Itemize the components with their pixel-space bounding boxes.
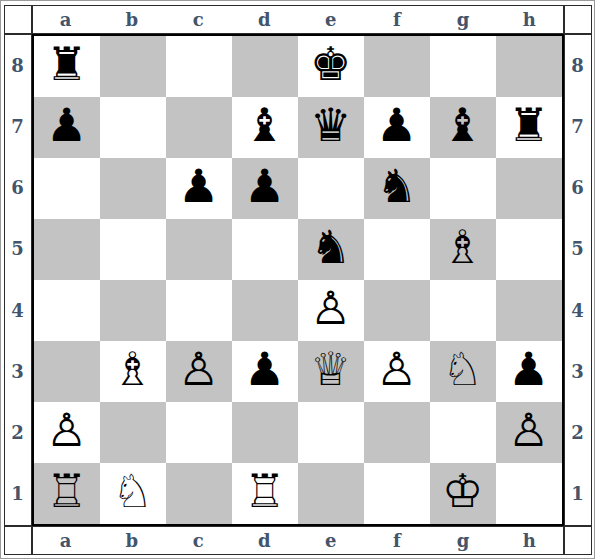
- file-label-bottom-g: g: [430, 527, 496, 554]
- square-c3[interactable]: ♙: [166, 341, 232, 402]
- black-pawn-piece: ♟: [178, 163, 219, 209]
- corner-bottom-left: [4, 526, 32, 555]
- file-label-bottom-b: b: [99, 527, 165, 554]
- black-king-piece: ♚: [310, 41, 351, 87]
- square-a3[interactable]: [34, 341, 100, 402]
- black-bishop-piece: ♝: [244, 102, 285, 148]
- square-d8[interactable]: [232, 36, 298, 97]
- rank-label-right-6: 6: [565, 157, 591, 218]
- square-h5[interactable]: [496, 219, 562, 280]
- square-d3[interactable]: ♟: [232, 341, 298, 402]
- file-labels-top: abcdefgh: [32, 5, 564, 34]
- square-a8[interactable]: ♜: [34, 36, 100, 97]
- square-a1[interactable]: ♖: [34, 463, 100, 524]
- square-e1[interactable]: [298, 463, 364, 524]
- file-label-top-a: a: [33, 6, 99, 33]
- corner-top-left: [4, 5, 32, 34]
- square-h7[interactable]: ♜: [496, 97, 562, 158]
- square-g8[interactable]: [430, 36, 496, 97]
- rank-label-left-5: 5: [5, 218, 31, 279]
- square-c8[interactable]: [166, 36, 232, 97]
- square-b4[interactable]: [100, 280, 166, 341]
- square-h4[interactable]: [496, 280, 562, 341]
- square-g6[interactable]: [430, 158, 496, 219]
- diagram-layout: abcdefgh 87654321 ♜♚♟♝♛♟♝♜♟♟♞♞♗♙♗♙♟♕♙♘♟♙…: [4, 5, 592, 555]
- square-f4[interactable]: [364, 280, 430, 341]
- rank-label-right-1: 1: [565, 463, 591, 524]
- square-b6[interactable]: [100, 158, 166, 219]
- square-c6[interactable]: ♟: [166, 158, 232, 219]
- black-knight-piece: ♞: [310, 224, 351, 270]
- file-label-top-e: e: [298, 6, 364, 33]
- rank-label-left-8: 8: [5, 35, 31, 96]
- corner-top-right: [564, 5, 592, 34]
- white-king-piece: ♔: [442, 468, 483, 514]
- black-pawn-piece: ♟: [244, 163, 285, 209]
- square-a2[interactable]: ♙: [34, 402, 100, 463]
- rank-label-left-6: 6: [5, 157, 31, 218]
- square-g2[interactable]: [430, 402, 496, 463]
- white-rook-piece: ♖: [46, 468, 87, 514]
- square-e3[interactable]: ♕: [298, 341, 364, 402]
- file-labels-bottom: abcdefgh: [32, 526, 564, 555]
- rank-label-right-4: 4: [565, 280, 591, 341]
- corner-bottom-right: [564, 526, 592, 555]
- square-f5[interactable]: [364, 219, 430, 280]
- square-b5[interactable]: [100, 219, 166, 280]
- file-label-bottom-e: e: [298, 527, 364, 554]
- rank-label-left-1: 1: [5, 463, 31, 524]
- square-c5[interactable]: [166, 219, 232, 280]
- square-d5[interactable]: [232, 219, 298, 280]
- square-e8[interactable]: ♚: [298, 36, 364, 97]
- rank-label-left-4: 4: [5, 280, 31, 341]
- white-knight-piece: ♘: [112, 468, 153, 514]
- square-e5[interactable]: ♞: [298, 219, 364, 280]
- square-g7[interactable]: ♝: [430, 97, 496, 158]
- file-label-top-g: g: [430, 6, 496, 33]
- rank-label-right-2: 2: [565, 402, 591, 463]
- square-d4[interactable]: [232, 280, 298, 341]
- file-label-bottom-d: d: [231, 527, 297, 554]
- rank-labels-right: 87654321: [564, 34, 592, 526]
- white-queen-piece: ♕: [310, 346, 351, 392]
- rank-label-right-8: 8: [565, 35, 591, 96]
- square-c7[interactable]: [166, 97, 232, 158]
- chess-diagram: abcdefgh 87654321 ♜♚♟♝♛♟♝♜♟♟♞♞♗♙♗♙♟♕♙♘♟♙…: [0, 0, 595, 559]
- file-label-top-h: h: [496, 6, 562, 33]
- square-h2[interactable]: ♙: [496, 402, 562, 463]
- black-pawn-piece: ♟: [46, 102, 87, 148]
- white-pawn-piece: ♙: [178, 346, 219, 392]
- square-f2[interactable]: [364, 402, 430, 463]
- black-bishop-piece: ♝: [442, 102, 483, 148]
- black-knight-piece: ♞: [376, 163, 417, 209]
- square-f7[interactable]: ♟: [364, 97, 430, 158]
- square-g3[interactable]: ♘: [430, 341, 496, 402]
- square-e4[interactable]: ♙: [298, 280, 364, 341]
- square-h3[interactable]: ♟: [496, 341, 562, 402]
- white-pawn-piece: ♙: [376, 346, 417, 392]
- square-b2[interactable]: [100, 402, 166, 463]
- black-rook-piece: ♜: [508, 102, 549, 148]
- square-h8[interactable]: [496, 36, 562, 97]
- square-c2[interactable]: [166, 402, 232, 463]
- file-label-top-b: b: [99, 6, 165, 33]
- square-h1[interactable]: [496, 463, 562, 524]
- file-label-top-f: f: [364, 6, 430, 33]
- square-e7[interactable]: ♛: [298, 97, 364, 158]
- square-e6[interactable]: [298, 158, 364, 219]
- square-f6[interactable]: ♞: [364, 158, 430, 219]
- square-b8[interactable]: [100, 36, 166, 97]
- white-pawn-piece: ♙: [508, 407, 549, 453]
- black-rook-piece: ♜: [46, 41, 87, 87]
- black-pawn-piece: ♟: [244, 346, 285, 392]
- square-e2[interactable]: [298, 402, 364, 463]
- square-b1[interactable]: ♘: [100, 463, 166, 524]
- square-d2[interactable]: [232, 402, 298, 463]
- square-f1[interactable]: [364, 463, 430, 524]
- square-b7[interactable]: [100, 97, 166, 158]
- black-queen-piece: ♛: [310, 102, 351, 148]
- square-a6[interactable]: [34, 158, 100, 219]
- white-pawn-piece: ♙: [310, 285, 351, 331]
- white-pawn-piece: ♙: [46, 407, 87, 453]
- white-knight-piece: ♘: [442, 346, 483, 392]
- square-f3[interactable]: ♙: [364, 341, 430, 402]
- file-label-bottom-f: f: [364, 527, 430, 554]
- square-a4[interactable]: [34, 280, 100, 341]
- file-label-top-c: c: [165, 6, 231, 33]
- rank-label-right-5: 5: [565, 218, 591, 279]
- square-g1[interactable]: ♔: [430, 463, 496, 524]
- square-g5[interactable]: ♗: [430, 219, 496, 280]
- square-g4[interactable]: [430, 280, 496, 341]
- file-label-bottom-h: h: [496, 527, 562, 554]
- rank-label-right-7: 7: [565, 96, 591, 157]
- square-c4[interactable]: [166, 280, 232, 341]
- square-a7[interactable]: ♟: [34, 97, 100, 158]
- square-a5[interactable]: [34, 219, 100, 280]
- rank-label-left-7: 7: [5, 96, 31, 157]
- square-d7[interactable]: ♝: [232, 97, 298, 158]
- file-label-bottom-a: a: [33, 527, 99, 554]
- white-bishop-piece: ♗: [442, 224, 483, 270]
- rank-label-left-3: 3: [5, 341, 31, 402]
- white-rook-piece: ♖: [244, 468, 285, 514]
- square-c1[interactable]: [166, 463, 232, 524]
- file-label-bottom-c: c: [165, 527, 231, 554]
- rank-label-left-2: 2: [5, 402, 31, 463]
- white-bishop-piece: ♗: [112, 346, 153, 392]
- rank-label-right-3: 3: [565, 341, 591, 402]
- black-pawn-piece: ♟: [508, 346, 549, 392]
- square-b3[interactable]: ♗: [100, 341, 166, 402]
- square-h6[interactable]: [496, 158, 562, 219]
- square-d1[interactable]: ♖: [232, 463, 298, 524]
- square-d6[interactable]: ♟: [232, 158, 298, 219]
- square-f8[interactable]: [364, 36, 430, 97]
- file-label-top-d: d: [231, 6, 297, 33]
- black-pawn-piece: ♟: [376, 102, 417, 148]
- chess-board: ♜♚♟♝♛♟♝♜♟♟♞♞♗♙♗♙♟♕♙♘♟♙♙♖♘♖♔: [32, 34, 564, 526]
- rank-labels-left: 87654321: [4, 34, 32, 526]
